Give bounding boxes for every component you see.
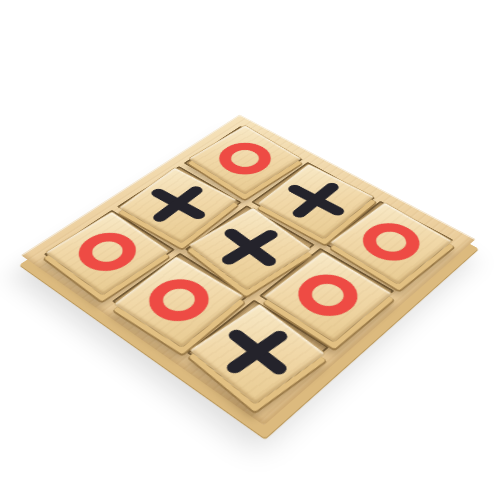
tic-tac-toe-board <box>21 114 476 425</box>
o-mark-icon <box>287 267 368 324</box>
o-mark-icon <box>209 137 280 181</box>
o-mark-icon <box>68 226 146 279</box>
photo-background <box>0 0 500 500</box>
o-mark-icon <box>352 216 429 268</box>
o-mark-icon <box>138 272 220 329</box>
board-well <box>44 126 454 405</box>
board-grid <box>44 126 454 405</box>
